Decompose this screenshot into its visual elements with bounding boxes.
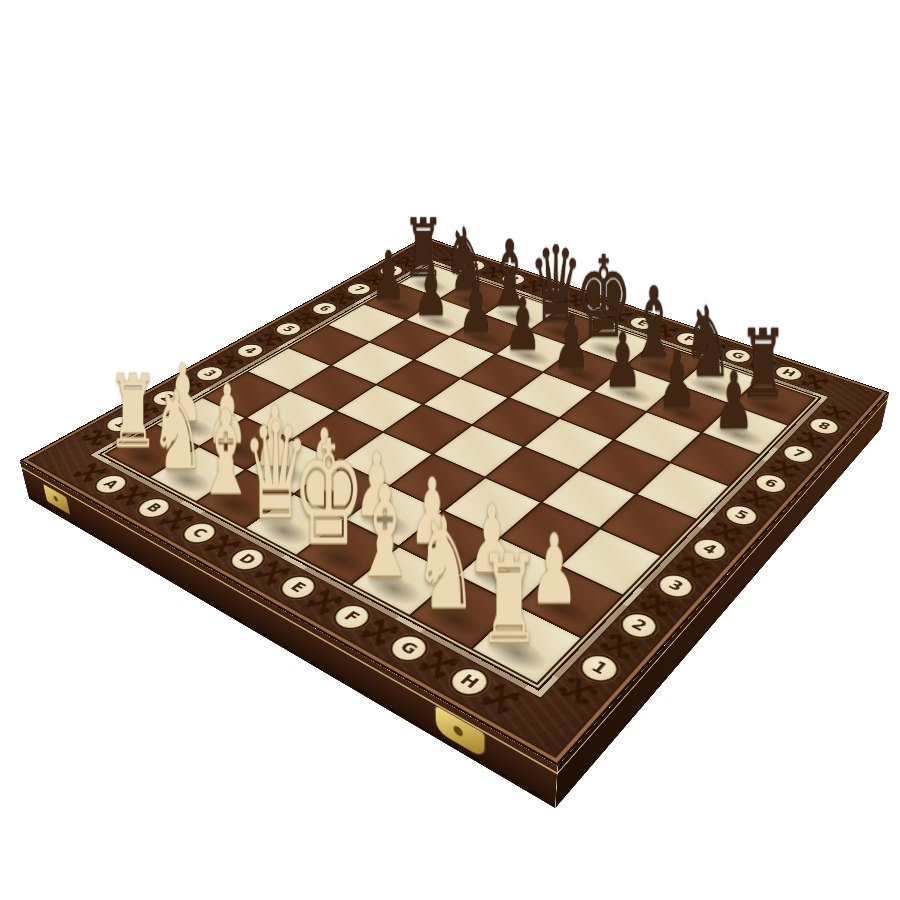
file-label-D: D [223,544,273,576]
rank-label-6: 6 [749,470,793,497]
rank-label-7: 7 [777,441,819,466]
black-pawn-h7[interactable]: ♟ [681,361,786,440]
board-top: ABCDEFGH ABCDEFGH 87654321 87654321 ♜♞♝♛… [20,237,890,766]
file-label-F: F [326,599,378,634]
frame-ornament [113,485,151,507]
product-photo: ABCDEFGH ABCDEFGH 87654321 87654321 ♜♞♝♛… [0,0,900,900]
rank-label-4: 4 [686,534,733,565]
file-label-H: H [442,662,497,702]
frame-ornament [479,682,523,715]
frame-ornament [738,488,775,510]
chess-board-3d: ABCDEFGH ABCDEFGH 87654321 87654321 ♜♞♝♛… [20,237,890,766]
square-d5[interactable] [424,379,507,424]
white-rook-h1[interactable]: ♜ [443,538,575,661]
